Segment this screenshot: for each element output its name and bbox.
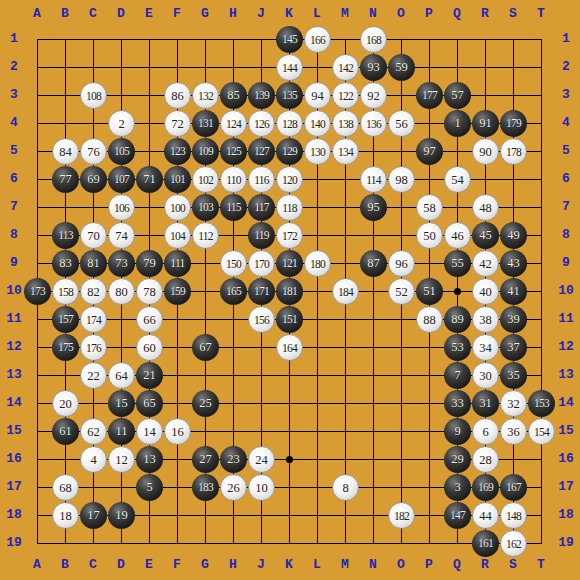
stone-K6[interactable]: 120	[276, 166, 303, 193]
bottom-coord-M: M	[332, 557, 358, 573]
top-coord-Q: Q	[444, 6, 470, 22]
stone-H3[interactable]: 85	[220, 82, 247, 109]
stone-R11[interactable]: 38	[472, 306, 499, 333]
stone-L4[interactable]: 140	[304, 110, 331, 137]
stone-G5[interactable]: 109	[192, 138, 219, 165]
stone-B12[interactable]: 175	[52, 334, 79, 361]
stone-J3[interactable]: 139	[248, 82, 275, 109]
stone-J16[interactable]: 24	[248, 446, 275, 473]
stone-K3[interactable]: 135	[276, 82, 303, 109]
left-coord-14: 14	[1, 395, 27, 411]
stone-D7[interactable]: 106	[108, 194, 135, 221]
stone-N1[interactable]: 168	[360, 26, 387, 53]
top-coord-G: G	[192, 6, 218, 22]
stone-P7[interactable]: 58	[416, 194, 443, 221]
left-coord-1: 1	[1, 31, 27, 47]
stone-D16[interactable]: 12	[108, 446, 135, 473]
stone-F6[interactable]: 101	[164, 166, 191, 193]
stone-K10[interactable]: 181	[276, 278, 303, 305]
stone-R5[interactable]: 90	[472, 138, 499, 165]
stone-N3[interactable]: 92	[360, 82, 387, 109]
bottom-coord-G: G	[192, 557, 218, 573]
stone-F4[interactable]: 72	[164, 110, 191, 137]
stone-K4[interactable]: 128	[276, 110, 303, 137]
stone-N9[interactable]: 87	[360, 250, 387, 277]
stone-R18[interactable]: 44	[472, 502, 499, 529]
left-coord-13: 13	[1, 367, 27, 383]
stone-S17[interactable]: 167	[500, 474, 527, 501]
stone-R19[interactable]: 161	[472, 530, 499, 557]
left-coord-3: 3	[1, 87, 27, 103]
right-coord-13: 13	[553, 367, 579, 383]
stone-R14[interactable]: 31	[472, 390, 499, 417]
stone-H16[interactable]: 23	[220, 446, 247, 473]
stone-Q17[interactable]: 3	[444, 474, 471, 501]
top-coord-N: N	[360, 6, 386, 22]
bottom-coord-D: D	[108, 557, 134, 573]
right-coord-6: 6	[553, 171, 579, 187]
left-coord-8: 8	[1, 227, 27, 243]
stone-J9[interactable]: 170	[248, 250, 275, 277]
right-coord-1: 1	[553, 31, 579, 47]
bottom-coord-O: O	[388, 557, 414, 573]
stone-G7[interactable]: 103	[192, 194, 219, 221]
stone-C12[interactable]: 176	[80, 334, 107, 361]
stone-C8[interactable]: 70	[80, 222, 107, 249]
stone-C18[interactable]: 17	[80, 502, 107, 529]
left-coord-4: 4	[1, 115, 27, 131]
stone-O6[interactable]: 98	[388, 166, 415, 193]
stone-R7[interactable]: 48	[472, 194, 499, 221]
bottom-coord-P: P	[416, 557, 442, 573]
stone-K2[interactable]: 144	[276, 54, 303, 81]
top-coord-C: C	[80, 6, 106, 22]
stone-B6[interactable]: 77	[52, 166, 79, 193]
stone-K7[interactable]: 118	[276, 194, 303, 221]
left-coord-17: 17	[1, 479, 27, 495]
star-point-Q10	[454, 288, 461, 295]
stone-E12[interactable]: 60	[136, 334, 163, 361]
stone-F8[interactable]: 104	[164, 222, 191, 249]
stone-K11[interactable]: 151	[276, 306, 303, 333]
stone-D14[interactable]: 15	[108, 390, 135, 417]
left-coord-12: 12	[1, 339, 27, 355]
stone-J6[interactable]: 116	[248, 166, 275, 193]
stone-B15[interactable]: 61	[52, 418, 79, 445]
stone-B14[interactable]: 20	[52, 390, 79, 417]
stone-H4[interactable]: 124	[220, 110, 247, 137]
stone-C3[interactable]: 108	[80, 82, 107, 109]
stone-Q16[interactable]: 29	[444, 446, 471, 473]
stone-F9[interactable]: 111	[164, 250, 191, 277]
stone-J5[interactable]: 127	[248, 138, 275, 165]
right-coord-7: 7	[553, 199, 579, 215]
bottom-coord-C: C	[80, 557, 106, 573]
stone-M10[interactable]: 184	[332, 278, 359, 305]
stone-C6[interactable]: 69	[80, 166, 107, 193]
stone-Q9[interactable]: 55	[444, 250, 471, 277]
stone-C10[interactable]: 82	[80, 278, 107, 305]
grid-vline	[541, 39, 542, 544]
stone-S10[interactable]: 41	[500, 278, 527, 305]
stone-M17[interactable]: 8	[332, 474, 359, 501]
bottom-coord-T: T	[528, 557, 554, 573]
stone-S13[interactable]: 35	[500, 362, 527, 389]
stone-H17[interactable]: 26	[220, 474, 247, 501]
top-coord-B: B	[52, 6, 78, 22]
grid-hline	[37, 543, 542, 544]
stone-H5[interactable]: 125	[220, 138, 247, 165]
right-coord-2: 2	[553, 59, 579, 75]
bottom-coord-A: A	[24, 557, 50, 573]
left-coord-7: 7	[1, 199, 27, 215]
stone-D6[interactable]: 107	[108, 166, 135, 193]
stone-S4[interactable]: 179	[500, 110, 527, 137]
stone-N4[interactable]: 136	[360, 110, 387, 137]
left-coord-19: 19	[1, 535, 27, 551]
left-coord-16: 16	[1, 451, 27, 467]
stone-N7[interactable]: 95	[360, 194, 387, 221]
top-coord-K: K	[276, 6, 302, 22]
right-coord-11: 11	[553, 311, 579, 327]
right-coord-17: 17	[553, 479, 579, 495]
stone-F10[interactable]: 159	[164, 278, 191, 305]
stone-G16[interactable]: 27	[192, 446, 219, 473]
right-coord-12: 12	[553, 339, 579, 355]
stone-S15[interactable]: 36	[500, 418, 527, 445]
top-coord-O: O	[388, 6, 414, 22]
stone-D10[interactable]: 80	[108, 278, 135, 305]
stone-O4[interactable]: 56	[388, 110, 415, 137]
left-coord-11: 11	[1, 311, 27, 327]
stone-R10[interactable]: 40	[472, 278, 499, 305]
top-coord-P: P	[416, 6, 442, 22]
stone-G6[interactable]: 102	[192, 166, 219, 193]
top-coord-A: A	[24, 6, 50, 22]
top-coord-L: L	[304, 6, 330, 22]
stone-C9[interactable]: 81	[80, 250, 107, 277]
stone-Q13[interactable]: 7	[444, 362, 471, 389]
bottom-coord-H: H	[220, 557, 246, 573]
stone-Q4[interactable]: 1	[444, 110, 471, 137]
stone-Q14[interactable]: 33	[444, 390, 471, 417]
right-coord-10: 10	[553, 283, 579, 299]
stone-R9[interactable]: 42	[472, 250, 499, 277]
stone-P10[interactable]: 51	[416, 278, 443, 305]
stone-H6[interactable]: 110	[220, 166, 247, 193]
stone-E17[interactable]: 5	[136, 474, 163, 501]
stone-E13[interactable]: 21	[136, 362, 163, 389]
stone-O9[interactable]: 96	[388, 250, 415, 277]
stone-P3[interactable]: 177	[416, 82, 443, 109]
star-point-K16	[286, 456, 293, 463]
stone-C13[interactable]: 22	[80, 362, 107, 389]
bottom-coord-E: E	[136, 557, 162, 573]
stone-E9[interactable]: 79	[136, 250, 163, 277]
stone-M5[interactable]: 134	[332, 138, 359, 165]
stone-K5[interactable]: 129	[276, 138, 303, 165]
stone-J11[interactable]: 156	[248, 306, 275, 333]
bottom-coord-R: R	[472, 557, 498, 573]
stone-Q18[interactable]: 147	[444, 502, 471, 529]
stone-G14[interactable]: 25	[192, 390, 219, 417]
stone-D8[interactable]: 74	[108, 222, 135, 249]
stone-R17[interactable]: 169	[472, 474, 499, 501]
stone-J17[interactable]: 10	[248, 474, 275, 501]
right-coord-14: 14	[553, 395, 579, 411]
stone-H10[interactable]: 165	[220, 278, 247, 305]
left-coord-5: 5	[1, 143, 27, 159]
stone-G17[interactable]: 183	[192, 474, 219, 501]
stone-S9[interactable]: 43	[500, 250, 527, 277]
top-coord-R: R	[472, 6, 498, 22]
stone-L5[interactable]: 130	[304, 138, 331, 165]
right-coord-4: 4	[553, 115, 579, 131]
stone-S11[interactable]: 39	[500, 306, 527, 333]
stone-E10[interactable]: 78	[136, 278, 163, 305]
stone-R12[interactable]: 34	[472, 334, 499, 361]
bottom-coord-F: F	[164, 557, 190, 573]
stone-L1[interactable]: 166	[304, 26, 331, 53]
stone-R4[interactable]: 91	[472, 110, 499, 137]
right-coord-3: 3	[553, 87, 579, 103]
stone-R8[interactable]: 45	[472, 222, 499, 249]
stone-C16[interactable]: 4	[80, 446, 107, 473]
stone-G4[interactable]: 131	[192, 110, 219, 137]
top-coord-J: J	[248, 6, 274, 22]
stone-D18[interactable]: 19	[108, 502, 135, 529]
stone-H9[interactable]: 150	[220, 250, 247, 277]
stone-C15[interactable]: 62	[80, 418, 107, 445]
stone-Q8[interactable]: 46	[444, 222, 471, 249]
stone-K8[interactable]: 172	[276, 222, 303, 249]
stone-B10[interactable]: 158	[52, 278, 79, 305]
left-coord-6: 6	[1, 171, 27, 187]
stone-Q11[interactable]: 89	[444, 306, 471, 333]
stone-E11[interactable]: 66	[136, 306, 163, 333]
right-coord-19: 19	[553, 535, 579, 551]
right-coord-16: 16	[553, 451, 579, 467]
stone-S12[interactable]: 37	[500, 334, 527, 361]
stone-C5[interactable]: 76	[80, 138, 107, 165]
stone-R13[interactable]: 30	[472, 362, 499, 389]
stone-F5[interactable]: 123	[164, 138, 191, 165]
stone-G12[interactable]: 67	[192, 334, 219, 361]
left-coord-2: 2	[1, 59, 27, 75]
stone-D15[interactable]: 11	[108, 418, 135, 445]
stone-E16[interactable]: 13	[136, 446, 163, 473]
stone-E15[interactable]: 14	[136, 418, 163, 445]
stone-D5[interactable]: 105	[108, 138, 135, 165]
stone-Q12[interactable]: 53	[444, 334, 471, 361]
stone-M3[interactable]: 122	[332, 82, 359, 109]
stone-S8[interactable]: 49	[500, 222, 527, 249]
stone-S14[interactable]: 32	[500, 390, 527, 417]
bottom-coord-Q: Q	[444, 557, 470, 573]
stone-A10[interactable]: 173	[24, 278, 51, 305]
top-coord-S: S	[500, 6, 526, 22]
right-coord-15: 15	[553, 423, 579, 439]
stone-E14[interactable]: 65	[136, 390, 163, 417]
stone-G3[interactable]: 132	[192, 82, 219, 109]
right-coord-5: 5	[553, 143, 579, 159]
stone-O18[interactable]: 182	[388, 502, 415, 529]
stone-R15[interactable]: 6	[472, 418, 499, 445]
bottom-coord-B: B	[52, 557, 78, 573]
stone-N2[interactable]: 93	[360, 54, 387, 81]
stone-P11[interactable]: 88	[416, 306, 443, 333]
stone-F3[interactable]: 86	[164, 82, 191, 109]
top-coord-M: M	[332, 6, 358, 22]
stone-T14[interactable]: 153	[528, 390, 555, 417]
go-board: AABBCCDDEEFFGGHHJJKKLLMMNNOOPPQQRRSSTT11…	[0, 0, 580, 580]
stone-D4[interactable]: 2	[108, 110, 135, 137]
stone-F15[interactable]: 16	[164, 418, 191, 445]
stone-J10[interactable]: 171	[248, 278, 275, 305]
stone-B18[interactable]: 18	[52, 502, 79, 529]
top-coord-E: E	[136, 6, 162, 22]
stone-F7[interactable]: 100	[164, 194, 191, 221]
stone-K1[interactable]: 145	[276, 26, 303, 53]
stone-L3[interactable]: 94	[304, 82, 331, 109]
stone-B17[interactable]: 68	[52, 474, 79, 501]
stone-R16[interactable]: 28	[472, 446, 499, 473]
right-coord-9: 9	[553, 255, 579, 271]
stone-Q6[interactable]: 54	[444, 166, 471, 193]
stone-Q3[interactable]: 57	[444, 82, 471, 109]
bottom-coord-L: L	[304, 557, 330, 573]
stone-D13[interactable]: 64	[108, 362, 135, 389]
bottom-coord-S: S	[500, 557, 526, 573]
stone-S18[interactable]: 148	[500, 502, 527, 529]
stone-H7[interactable]: 115	[220, 194, 247, 221]
stone-G8[interactable]: 112	[192, 222, 219, 249]
stone-B9[interactable]: 83	[52, 250, 79, 277]
stone-D9[interactable]: 73	[108, 250, 135, 277]
stone-C11[interactable]: 174	[80, 306, 107, 333]
left-coord-9: 9	[1, 255, 27, 271]
bottom-coord-N: N	[360, 557, 386, 573]
top-coord-H: H	[220, 6, 246, 22]
stone-O10[interactable]: 52	[388, 278, 415, 305]
stone-E6[interactable]: 71	[136, 166, 163, 193]
top-coord-F: F	[164, 6, 190, 22]
stone-K9[interactable]: 121	[276, 250, 303, 277]
stone-S5[interactable]: 178	[500, 138, 527, 165]
stone-O2[interactable]: 59	[388, 54, 415, 81]
stone-J8[interactable]: 119	[248, 222, 275, 249]
stone-M4[interactable]: 138	[332, 110, 359, 137]
stone-B8[interactable]: 113	[52, 222, 79, 249]
stone-Q15[interactable]: 9	[444, 418, 471, 445]
left-coord-15: 15	[1, 423, 27, 439]
stone-K12[interactable]: 164	[276, 334, 303, 361]
stone-J4[interactable]: 126	[248, 110, 275, 137]
stone-S19[interactable]: 162	[500, 530, 527, 557]
stone-M2[interactable]: 142	[332, 54, 359, 81]
stone-N6[interactable]: 114	[360, 166, 387, 193]
bottom-coord-J: J	[248, 557, 274, 573]
stone-B11[interactable]: 157	[52, 306, 79, 333]
stone-P5[interactable]: 97	[416, 138, 443, 165]
right-coord-8: 8	[553, 227, 579, 243]
top-coord-T: T	[528, 6, 554, 22]
stone-B5[interactable]: 84	[52, 138, 79, 165]
left-coord-18: 18	[1, 507, 27, 523]
bottom-coord-K: K	[276, 557, 302, 573]
top-coord-D: D	[108, 6, 134, 22]
stone-P8[interactable]: 50	[416, 222, 443, 249]
stone-J7[interactable]: 117	[248, 194, 275, 221]
stone-T15[interactable]: 154	[528, 418, 555, 445]
right-coord-18: 18	[553, 507, 579, 523]
stone-L9[interactable]: 180	[304, 250, 331, 277]
